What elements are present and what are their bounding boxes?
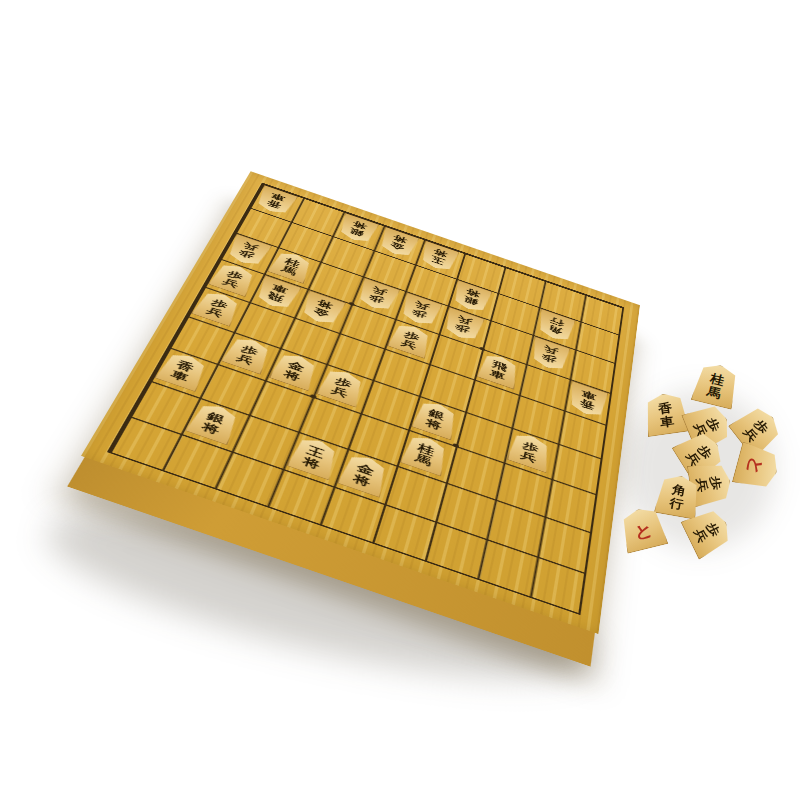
- hoshi-dot: [309, 394, 316, 399]
- piece-kanji: 兵: [695, 477, 710, 493]
- hoshi-dot: [453, 443, 460, 448]
- piece-kanji: 行: [669, 496, 685, 512]
- piece-kanji: 車: [659, 414, 675, 429]
- piece-kanji: 歩: [708, 475, 723, 491]
- piece-kanji: と: [632, 519, 655, 542]
- piece-kanji: と: [744, 455, 767, 479]
- piece-kanji: 馬: [706, 384, 723, 401]
- hoshi-dot: [479, 346, 485, 351]
- hoshi-dot: [348, 301, 355, 306]
